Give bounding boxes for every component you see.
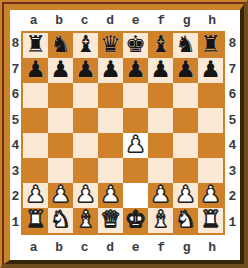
piece-white-pawn[interactable]: ♟ [100, 183, 121, 206]
file-label-b: b [55, 241, 63, 254]
square-g4[interactable] [173, 133, 198, 158]
square-a8[interactable]: ♜ [23, 33, 48, 58]
square-a4[interactable] [23, 133, 48, 158]
rank-label-2: 2 [229, 190, 237, 203]
piece-white-king[interactable]: ♚ [125, 208, 146, 231]
square-c8[interactable]: ♝ [73, 33, 98, 58]
corner-spacer [10, 235, 21, 260]
file-label-c: c [81, 241, 89, 254]
piece-black-rook[interactable]: ♜ [200, 33, 221, 56]
file-label-e: e [132, 241, 140, 254]
file-label-d: d [106, 241, 114, 254]
square-h6[interactable] [198, 83, 223, 108]
file-label-g: g [183, 241, 191, 254]
piece-black-rook[interactable]: ♜ [25, 33, 46, 56]
rank-label-6: 6 [229, 88, 237, 101]
piece-black-pawn[interactable]: ♟ [100, 58, 121, 81]
square-h7[interactable]: ♟ [198, 58, 223, 83]
file-label-e: e [132, 14, 140, 27]
square-d6[interactable] [98, 83, 123, 108]
square-b1[interactable]: ♞ [48, 208, 73, 233]
file-labels-bottom: abcdefgh [21, 235, 225, 260]
piece-white-pawn[interactable]: ♟ [175, 183, 196, 206]
file-label-g: g [183, 14, 191, 27]
piece-white-queen[interactable]: ♛ [100, 208, 121, 231]
square-h1[interactable]: ♜ [198, 208, 223, 233]
square-b3[interactable] [48, 158, 73, 183]
piece-black-pawn[interactable]: ♟ [50, 58, 71, 81]
piece-white-bishop[interactable]: ♝ [150, 208, 171, 231]
rank-labels-right: 87654321 [225, 31, 240, 235]
rank-label-4: 4 [229, 139, 237, 152]
file-label-b: b [55, 14, 63, 27]
piece-white-pawn[interactable]: ♟ [50, 183, 71, 206]
square-h2[interactable]: ♟ [198, 183, 223, 208]
square-g8[interactable]: ♞ [173, 33, 198, 58]
piece-black-pawn[interactable]: ♟ [125, 58, 146, 81]
rank-label-7: 7 [12, 63, 20, 76]
board-frame-maroon-line: abcdefgh 87654321 ♜♞♝♛♚♝♞♜♟♟♟♟♟♟♟♟♟♟♟♟♟♟… [2, 2, 246, 266]
square-g5[interactable] [173, 108, 198, 133]
square-f7[interactable]: ♟ [148, 58, 173, 83]
file-label-d: d [106, 14, 114, 27]
piece-black-pawn[interactable]: ♟ [150, 58, 171, 81]
square-d7[interactable]: ♟ [98, 58, 123, 83]
square-a5[interactable] [23, 108, 48, 133]
square-a2[interactable]: ♟ [23, 183, 48, 208]
piece-black-king[interactable]: ♚ [125, 33, 146, 56]
file-label-a: a [30, 241, 38, 254]
piece-black-pawn[interactable]: ♟ [25, 58, 46, 81]
square-b8[interactable]: ♞ [48, 33, 73, 58]
square-c2[interactable]: ♟ [73, 183, 98, 208]
square-a3[interactable] [23, 158, 48, 183]
rank-label-3: 3 [12, 165, 20, 178]
rank-label-7: 7 [229, 63, 237, 76]
square-f3[interactable] [148, 158, 173, 183]
rank-label-3: 3 [229, 165, 237, 178]
square-d5[interactable] [98, 108, 123, 133]
file-label-a: a [30, 14, 38, 27]
square-e1[interactable]: ♚ [123, 208, 148, 233]
file-label-f: f [157, 14, 165, 27]
square-c3[interactable] [73, 158, 98, 183]
square-c5[interactable] [73, 108, 98, 133]
square-d1[interactable]: ♛ [98, 208, 123, 233]
square-f4[interactable] [148, 133, 173, 158]
piece-black-bishop[interactable]: ♝ [150, 33, 171, 56]
file-label-h: h [208, 14, 216, 27]
piece-white-knight[interactable]: ♞ [175, 208, 196, 231]
file-label-f: f [157, 241, 165, 254]
piece-white-pawn[interactable]: ♟ [150, 183, 171, 206]
corner-spacer [225, 235, 240, 260]
square-b4[interactable] [48, 133, 73, 158]
piece-white-rook[interactable]: ♜ [200, 208, 221, 231]
square-a1[interactable]: ♜ [23, 208, 48, 233]
piece-black-knight[interactable]: ♞ [50, 33, 71, 56]
piece-white-rook[interactable]: ♜ [25, 208, 46, 231]
square-c7[interactable]: ♟ [73, 58, 98, 83]
square-c4[interactable] [73, 133, 98, 158]
square-d3[interactable] [98, 158, 123, 183]
rank-label-2: 2 [12, 190, 20, 203]
piece-black-knight[interactable]: ♞ [175, 33, 196, 56]
rank-label-5: 5 [12, 114, 20, 127]
rank-label-1: 1 [12, 216, 20, 229]
square-g2[interactable]: ♟ [173, 183, 198, 208]
square-a7[interactable]: ♟ [23, 58, 48, 83]
square-g1[interactable]: ♞ [173, 208, 198, 233]
square-f1[interactable]: ♝ [148, 208, 173, 233]
square-e3[interactable] [123, 158, 148, 183]
square-g6[interactable] [173, 83, 198, 108]
file-labels-top: abcdefgh [21, 10, 225, 31]
square-c1[interactable]: ♝ [73, 208, 98, 233]
square-e6[interactable] [123, 83, 148, 108]
square-d8[interactable]: ♛ [98, 33, 123, 58]
piece-white-knight[interactable]: ♞ [50, 208, 71, 231]
piece-black-queen[interactable]: ♛ [100, 33, 121, 56]
square-f8[interactable]: ♝ [148, 33, 173, 58]
file-label-h: h [208, 241, 216, 254]
corner-spacer [10, 10, 21, 31]
board-area: abcdefgh 87654321 ♜♞♝♛♚♝♞♜♟♟♟♟♟♟♟♟♟♟♟♟♟♟… [10, 10, 240, 260]
square-f2[interactable]: ♟ [148, 183, 173, 208]
square-a6[interactable] [23, 83, 48, 108]
file-label-c: c [81, 14, 89, 27]
square-h5[interactable] [198, 108, 223, 133]
square-f6[interactable] [148, 83, 173, 108]
square-d2[interactable]: ♟ [98, 183, 123, 208]
square-e8[interactable]: ♚ [123, 33, 148, 58]
square-b2[interactable]: ♟ [48, 183, 73, 208]
square-h8[interactable]: ♜ [198, 33, 223, 58]
piece-black-pawn[interactable]: ♟ [175, 58, 196, 81]
square-b5[interactable] [48, 108, 73, 133]
square-e2[interactable] [123, 183, 148, 208]
piece-white-bishop[interactable]: ♝ [75, 208, 96, 231]
rank-label-5: 5 [229, 114, 237, 127]
rank-labels-left: 87654321 [10, 31, 21, 235]
square-h4[interactable] [198, 133, 223, 158]
board-frame-bevel: abcdefgh 87654321 ♜♞♝♛♚♝♞♜♟♟♟♟♟♟♟♟♟♟♟♟♟♟… [4, 4, 244, 264]
square-h3[interactable] [198, 158, 223, 183]
chess-board: ♜♞♝♛♚♝♞♜♟♟♟♟♟♟♟♟♟♟♟♟♟♟♟♟♜♞♝♛♚♝♞♜ [21, 31, 225, 235]
piece-black-pawn[interactable]: ♟ [75, 58, 96, 81]
board-frame-outer: abcdefgh 87654321 ♜♞♝♛♚♝♞♜♟♟♟♟♟♟♟♟♟♟♟♟♟♟… [0, 0, 248, 268]
piece-white-pawn[interactable]: ♟ [200, 183, 221, 206]
rank-label-8: 8 [12, 37, 20, 50]
piece-white-pawn[interactable]: ♟ [75, 183, 96, 206]
rank-label-4: 4 [12, 139, 20, 152]
square-f5[interactable] [148, 108, 173, 133]
piece-black-bishop[interactable]: ♝ [75, 33, 96, 56]
corner-spacer [225, 10, 240, 31]
square-e7[interactable]: ♟ [123, 58, 148, 83]
piece-white-pawn[interactable]: ♟ [125, 133, 146, 156]
piece-white-pawn[interactable]: ♟ [25, 183, 46, 206]
square-g3[interactable] [173, 158, 198, 183]
rank-label-6: 6 [12, 88, 20, 101]
square-b6[interactable] [48, 83, 73, 108]
rank-label-8: 8 [229, 37, 237, 50]
square-e5[interactable] [123, 108, 148, 133]
square-g7[interactable]: ♟ [173, 58, 198, 83]
square-e4[interactable]: ♟ [123, 133, 148, 158]
piece-black-pawn[interactable]: ♟ [200, 58, 221, 81]
rank-label-1: 1 [229, 216, 237, 229]
square-c6[interactable] [73, 83, 98, 108]
square-d4[interactable] [98, 133, 123, 158]
square-b7[interactable]: ♟ [48, 58, 73, 83]
